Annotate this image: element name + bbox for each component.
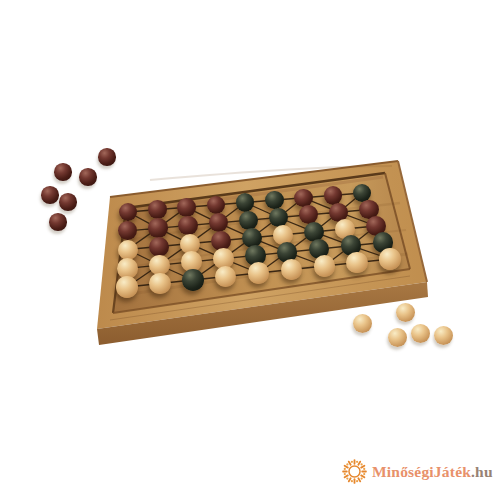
natural-ball[interactable] <box>434 326 453 345</box>
maroon-ball[interactable] <box>59 193 77 211</box>
maroon-ball[interactable] <box>54 163 72 181</box>
watermark-text: MinőségiJáték.hu <box>372 463 493 481</box>
natural-ball[interactable] <box>388 328 407 347</box>
maroon-ball[interactable] <box>119 203 138 222</box>
pieces-layer <box>0 0 500 500</box>
maroon-ball[interactable] <box>41 186 59 204</box>
maroon-ball[interactable] <box>49 213 67 231</box>
product-photo: MinőségiJáték.hu <box>0 0 500 500</box>
watermark: MinőségiJáték.hu <box>341 458 493 485</box>
green-black-ball[interactable] <box>239 211 258 230</box>
natural-ball[interactable] <box>314 255 336 277</box>
natural-ball[interactable] <box>396 303 415 322</box>
natural-ball[interactable] <box>215 266 237 288</box>
watermark-brand: MinőségiJáték <box>372 463 471 480</box>
green-black-ball[interactable] <box>182 269 204 291</box>
maroon-ball[interactable] <box>149 237 169 257</box>
maroon-ball[interactable] <box>209 213 228 232</box>
natural-ball[interactable] <box>281 259 303 281</box>
sun-logo-icon <box>341 458 368 485</box>
watermark-tld: .hu <box>471 463 493 480</box>
natural-ball[interactable] <box>248 262 270 284</box>
natural-ball[interactable] <box>411 324 430 343</box>
maroon-ball[interactable] <box>207 196 226 215</box>
natural-ball[interactable] <box>116 276 138 298</box>
natural-ball[interactable] <box>346 252 368 274</box>
green-black-ball[interactable] <box>269 208 288 227</box>
maroon-ball[interactable] <box>148 200 167 219</box>
maroon-ball[interactable] <box>324 186 343 205</box>
natural-ball[interactable] <box>118 240 138 260</box>
natural-ball[interactable] <box>149 273 171 295</box>
maroon-ball[interactable] <box>148 218 167 237</box>
natural-ball[interactable] <box>379 248 401 270</box>
maroon-ball[interactable] <box>118 221 137 240</box>
natural-ball[interactable] <box>353 314 372 333</box>
green-black-ball[interactable] <box>265 191 284 210</box>
maroon-ball[interactable] <box>98 148 116 166</box>
maroon-ball[interactable] <box>177 198 196 217</box>
green-black-ball[interactable] <box>236 193 255 212</box>
maroon-ball[interactable] <box>79 168 97 186</box>
maroon-ball[interactable] <box>178 216 197 235</box>
